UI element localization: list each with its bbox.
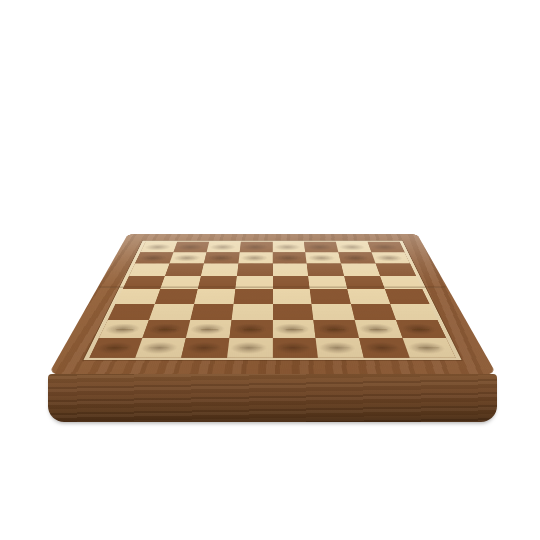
product-photo: ♜♞♝♛♚♝♞♜♟♟♟♟♟♟♟♟♟♟♟♟♟♟♟♟♜♞♝♛♚♝♞♜	[0, 0, 540, 540]
square-a1[interactable]: ♜	[89, 338, 142, 358]
piece-glyph: ♟	[144, 221, 165, 263]
piece-glyph: ♞	[366, 283, 403, 357]
square-c1[interactable]: ♝	[181, 338, 229, 358]
piece-glyph: ♜	[100, 289, 133, 356]
square-h1[interactable]: ♜	[403, 338, 456, 358]
square-e1[interactable]: ♚	[273, 338, 319, 358]
piece-glyph: ♟	[178, 221, 199, 263]
piece-glyph: ♜	[412, 289, 445, 356]
piece-glyph: ♚	[270, 258, 320, 360]
square-h6[interactable]	[376, 264, 416, 276]
board-top-surface: ♜♞♝♛♚♝♞♜♟♟♟♟♟♟♟♟♟♟♟♟♟♟♟♟♜♞♝♛♚♝♞♜	[48, 234, 497, 375]
piece-glyph: ♟	[380, 221, 401, 263]
board-front-edge	[48, 374, 497, 422]
square-a7[interactable]: ♟	[135, 252, 173, 263]
square-a6[interactable]	[129, 264, 169, 276]
piece-glyph: ♟	[212, 221, 233, 263]
square-b7[interactable]: ♟	[169, 252, 206, 263]
piece-glyph: ♝	[319, 276, 359, 358]
square-g7[interactable]: ♟	[339, 252, 376, 263]
piece-glyph: ♟	[346, 221, 367, 263]
square-b1[interactable]: ♞	[135, 338, 186, 358]
piece-glyph: ♞	[143, 283, 180, 357]
board-grid: ♜♞♝♛♚♝♞♜♟♟♟♟♟♟♟♟♟♟♟♟♟♟♟♟♜♞♝♛♚♝♞♜	[83, 241, 461, 361]
piece-glyph: ♝	[186, 276, 226, 358]
square-f1[interactable]: ♝	[316, 338, 364, 358]
piece-glyph: ♛	[227, 267, 273, 360]
piece-glyph: ♟	[245, 221, 266, 263]
square-h7[interactable]: ♟	[372, 252, 410, 263]
square-g1[interactable]: ♞	[359, 338, 410, 358]
square-d1[interactable]: ♛	[227, 338, 273, 358]
